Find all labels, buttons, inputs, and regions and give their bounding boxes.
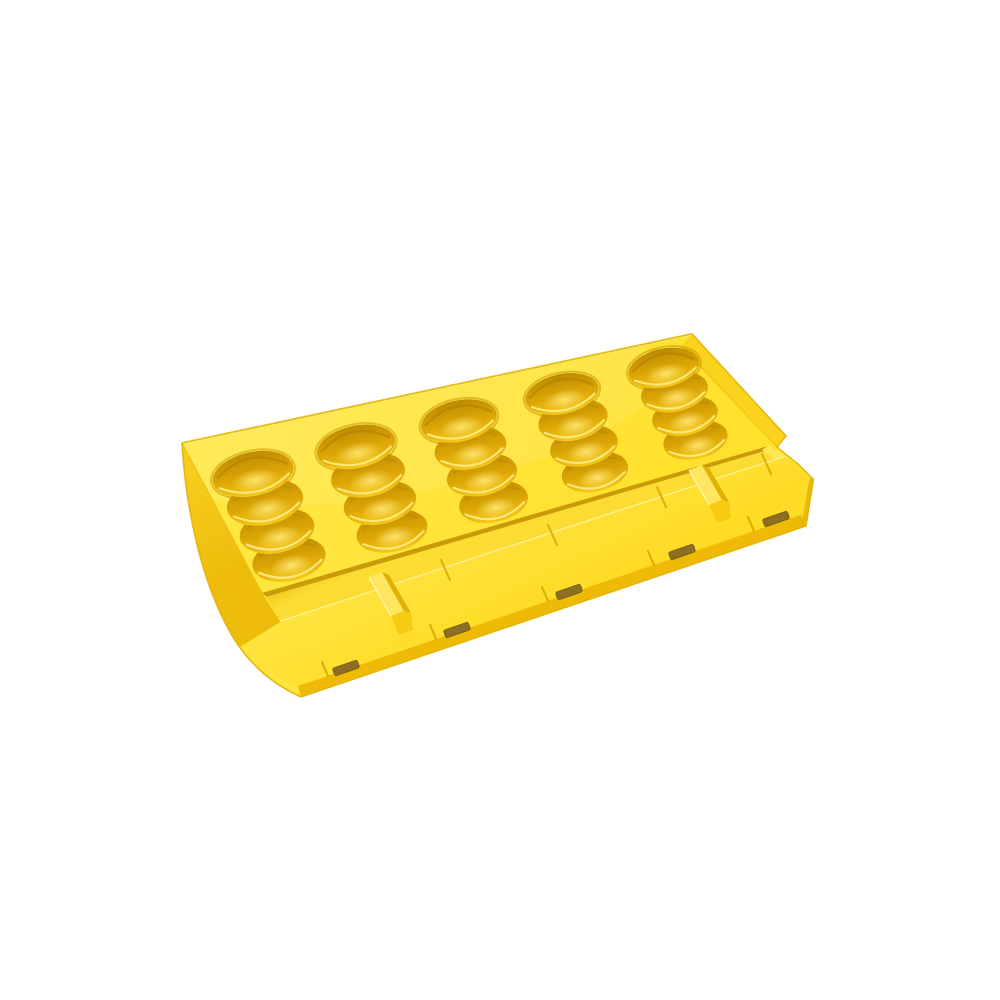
product-photo-canvas [0, 0, 1000, 1000]
ice-pop-mold-illustration [0, 0, 1000, 1000]
mold-tray [161, 300, 813, 697]
